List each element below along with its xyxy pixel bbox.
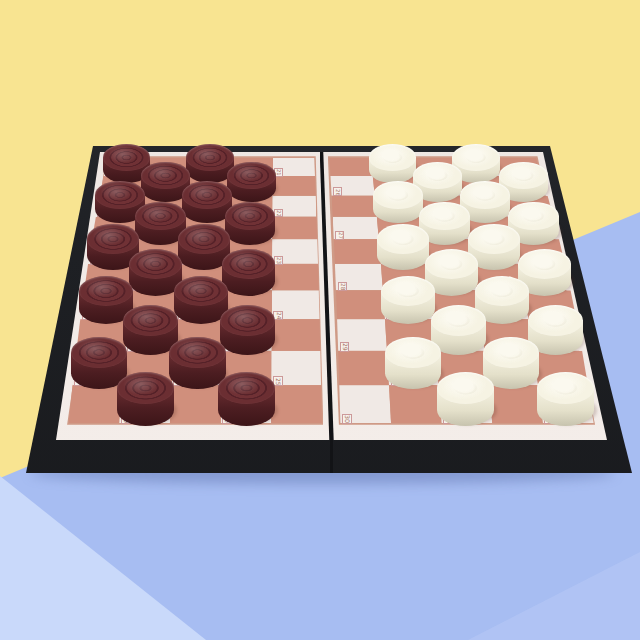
- dark-piece-top-face: [174, 276, 228, 306]
- hinge-fold-front: [330, 440, 333, 473]
- square-number: 28: [338, 282, 347, 291]
- board-square: [69, 385, 123, 423]
- board-square: [338, 351, 389, 386]
- white-piece-top-face: [528, 305, 583, 336]
- dark-piece-top-face: [141, 162, 190, 189]
- board-square: [332, 196, 377, 217]
- white-piece-top-face: [385, 337, 441, 368]
- white-piece-top-face: [475, 276, 529, 306]
- dark-piece-top-face: [95, 181, 145, 209]
- dark-piece-top-face: [79, 276, 133, 306]
- dark-piece-top-face: [169, 337, 225, 368]
- dark-piece-top-face: [71, 337, 127, 368]
- white-piece-top-face: [468, 224, 520, 253]
- white-piece-top-face: [377, 224, 429, 253]
- board-square: [334, 239, 381, 264]
- dark-piece-top-face: [182, 181, 232, 209]
- draughts-board: 1112131416162636462122232427172737473132…: [0, 0, 640, 640]
- product-photo-scene: { "scene": { "description": "Product pho…: [0, 0, 640, 640]
- square-number: 30: [342, 414, 352, 424]
- dark-piece-top-face: [87, 224, 139, 253]
- board-square: [272, 264, 319, 291]
- dark-piece-top-face: [220, 305, 275, 336]
- board-square: [389, 385, 442, 423]
- dark-piece-top-face: [186, 144, 234, 171]
- board-square: [271, 385, 322, 423]
- board-square: [272, 319, 321, 351]
- white-piece-top-face: [381, 276, 435, 306]
- square-number: 29: [340, 342, 350, 352]
- white-piece-top-face: [518, 249, 571, 279]
- square-number: 26: [333, 187, 342, 196]
- white-piece-top-face: [431, 305, 486, 336]
- white-piece-top-face: [452, 144, 500, 171]
- dark-piece-top-face: [222, 249, 275, 279]
- white-piece-top-face: [373, 181, 423, 209]
- white-piece-top-face: [537, 372, 594, 404]
- dark-piece-top-face: [227, 162, 276, 189]
- dark-piece-top-face: [123, 305, 178, 336]
- board-square: [336, 290, 385, 319]
- white-piece-top-face: [437, 372, 494, 404]
- white-piece-top-face: [369, 144, 417, 171]
- square-number: 22: [274, 209, 283, 218]
- board-square: [273, 176, 316, 196]
- dark-piece-top-face: [129, 249, 182, 279]
- board-square: [488, 385, 543, 423]
- board-square: [170, 385, 222, 423]
- square-number: 27: [335, 231, 344, 240]
- white-piece-top-face: [499, 162, 548, 189]
- board-square: [329, 158, 372, 176]
- dark-piece-top-face: [218, 372, 275, 404]
- dark-piece-top-face: [178, 224, 230, 253]
- board-square: [272, 217, 317, 240]
- white-piece-top-face: [460, 181, 510, 209]
- dark-piece-top-face: [103, 144, 151, 171]
- white-piece-top-face: [425, 249, 478, 279]
